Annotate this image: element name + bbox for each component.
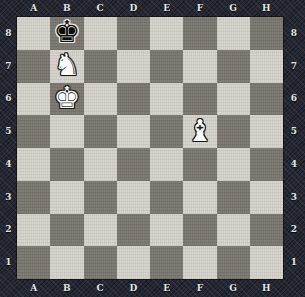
square-c4[interactable] (84, 148, 117, 181)
square-h5[interactable] (250, 115, 283, 148)
rank-labels-right: 87654321 (283, 17, 305, 279)
square-a1[interactable] (17, 246, 50, 279)
rank-label-2: 2 (283, 214, 305, 247)
rank-label-1: 1 (283, 246, 305, 279)
file-labels-bottom: ABCDEFGH (17, 279, 283, 297)
file-label-b: B (50, 279, 83, 297)
piece-white-knight[interactable]: ♞ (53, 50, 80, 80)
square-c7[interactable] (84, 50, 117, 83)
square-h1[interactable] (250, 246, 283, 279)
square-e7[interactable] (150, 50, 183, 83)
square-e3[interactable] (150, 181, 183, 214)
file-label-f: F (183, 279, 216, 297)
square-c5[interactable] (84, 115, 117, 148)
square-g5[interactable] (217, 115, 250, 148)
square-f7[interactable] (183, 50, 216, 83)
square-e1[interactable] (150, 246, 183, 279)
file-label-a: A (17, 279, 50, 297)
rank-label-5: 5 (283, 115, 305, 148)
rank-label-8: 8 (0, 17, 17, 50)
square-b8[interactable]: ♚ (50, 17, 83, 50)
square-a4[interactable] (17, 148, 50, 181)
square-b6[interactable]: ♚ (50, 83, 83, 116)
square-g4[interactable] (217, 148, 250, 181)
square-g3[interactable] (217, 181, 250, 214)
rank-label-5: 5 (0, 115, 17, 148)
square-c8[interactable] (84, 17, 117, 50)
square-g2[interactable] (217, 214, 250, 247)
square-g1[interactable] (217, 246, 250, 279)
piece-white-king[interactable]: ♚ (53, 83, 80, 113)
chess-board-frame: ABCDEFGH 87654321 ♚♞♚♝ 87654321 ABCDEFGH (0, 0, 305, 297)
square-f5[interactable]: ♝ (183, 115, 216, 148)
rank-label-7: 7 (0, 50, 17, 83)
square-d4[interactable] (117, 148, 150, 181)
square-a8[interactable] (17, 17, 50, 50)
rank-labels-left: 87654321 (0, 17, 17, 279)
square-b4[interactable] (50, 148, 83, 181)
square-d3[interactable] (117, 181, 150, 214)
rank-label-3: 3 (0, 181, 17, 214)
rank-label-6: 6 (283, 83, 305, 116)
square-g8[interactable] (217, 17, 250, 50)
piece-black-king[interactable]: ♚ (53, 17, 80, 47)
file-label-e: E (150, 0, 183, 17)
square-g6[interactable] (217, 83, 250, 116)
square-e2[interactable] (150, 214, 183, 247)
square-b2[interactable] (50, 214, 83, 247)
square-b1[interactable] (50, 246, 83, 279)
square-d2[interactable] (117, 214, 150, 247)
square-a5[interactable] (17, 115, 50, 148)
square-f6[interactable] (183, 83, 216, 116)
square-c3[interactable] (84, 181, 117, 214)
square-d8[interactable] (117, 17, 150, 50)
file-label-e: E (150, 279, 183, 297)
square-h2[interactable] (250, 214, 283, 247)
square-f8[interactable] (183, 17, 216, 50)
file-label-h: H (250, 279, 283, 297)
square-h4[interactable] (250, 148, 283, 181)
square-a7[interactable] (17, 50, 50, 83)
square-d6[interactable] (117, 83, 150, 116)
square-d1[interactable] (117, 246, 150, 279)
file-label-a: A (17, 0, 50, 17)
rank-label-2: 2 (0, 214, 17, 247)
square-f4[interactable] (183, 148, 216, 181)
square-h6[interactable] (250, 83, 283, 116)
square-d5[interactable] (117, 115, 150, 148)
file-label-h: H (250, 0, 283, 17)
file-label-d: D (117, 0, 150, 17)
file-label-f: F (183, 0, 216, 17)
piece-white-bishop[interactable]: ♝ (186, 116, 213, 146)
square-b7[interactable]: ♞ (50, 50, 83, 83)
chess-board: ♚♞♚♝ (17, 17, 283, 279)
square-c6[interactable] (84, 83, 117, 116)
square-e4[interactable] (150, 148, 183, 181)
rank-label-1: 1 (0, 246, 17, 279)
square-h3[interactable] (250, 181, 283, 214)
square-a6[interactable] (17, 83, 50, 116)
square-e8[interactable] (150, 17, 183, 50)
square-a2[interactable] (17, 214, 50, 247)
square-a3[interactable] (17, 181, 50, 214)
rank-label-4: 4 (0, 148, 17, 181)
square-f2[interactable] (183, 214, 216, 247)
square-b3[interactable] (50, 181, 83, 214)
square-h8[interactable] (250, 17, 283, 50)
file-label-g: G (217, 279, 250, 297)
square-e5[interactable] (150, 115, 183, 148)
square-f3[interactable] (183, 181, 216, 214)
square-f1[interactable] (183, 246, 216, 279)
square-g7[interactable] (217, 50, 250, 83)
file-label-c: C (84, 279, 117, 297)
square-e6[interactable] (150, 83, 183, 116)
square-d7[interactable] (117, 50, 150, 83)
rank-label-6: 6 (0, 83, 17, 116)
rank-label-4: 4 (283, 148, 305, 181)
square-c2[interactable] (84, 214, 117, 247)
file-label-g: G (217, 0, 250, 17)
rank-label-8: 8 (283, 17, 305, 50)
square-c1[interactable] (84, 246, 117, 279)
file-label-c: C (84, 0, 117, 17)
rank-label-3: 3 (283, 181, 305, 214)
file-label-d: D (117, 279, 150, 297)
square-h7[interactable] (250, 50, 283, 83)
rank-label-7: 7 (283, 50, 305, 83)
square-b5[interactable] (50, 115, 83, 148)
